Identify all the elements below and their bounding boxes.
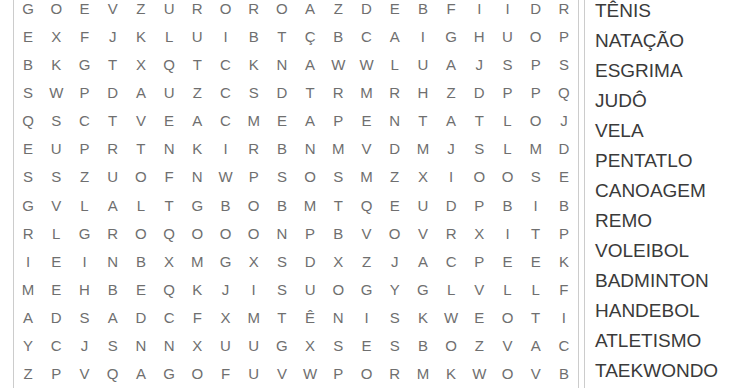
grid-cell[interactable]: J	[550, 107, 578, 135]
grid-cell[interactable]: W	[42, 78, 70, 106]
grid-cell[interactable]: Q	[352, 191, 380, 219]
grid-cell[interactable]: O	[381, 219, 409, 247]
word-list-item: PENTATLO	[595, 146, 739, 176]
grid-cell[interactable]: M	[183, 247, 211, 275]
grid-cell[interactable]: B	[409, 0, 437, 22]
grid-cell[interactable]: G	[409, 275, 437, 303]
grid-cell[interactable]: E	[493, 247, 521, 275]
grid-cell[interactable]: O	[296, 163, 324, 191]
grid-cell[interactable]: E	[550, 163, 578, 191]
grid-cell[interactable]: U	[409, 50, 437, 78]
grid-cell[interactable]: T	[127, 135, 155, 163]
word-list-item: TÊNIS	[595, 0, 739, 26]
grid-cell[interactable]: P	[324, 107, 352, 135]
grid-cell[interactable]: M	[352, 163, 380, 191]
grid-cell[interactable]: R	[99, 135, 127, 163]
grid-cell[interactable]: N	[127, 332, 155, 360]
grid-cell[interactable]: C	[211, 78, 239, 106]
word-list-item: BADMINTON	[595, 266, 739, 296]
grid-cell[interactable]: V	[409, 219, 437, 247]
letter-grid-panel: GOEVZUROROAZDEBFIIDREXFJKLUIBTÇBCAIGHUOP…	[13, 0, 579, 388]
grid-cell[interactable]: R	[14, 219, 42, 247]
grid-cell[interactable]: Z	[70, 163, 98, 191]
grid-cell[interactable]: O	[324, 275, 352, 303]
grid-cell[interactable]: D	[268, 78, 296, 106]
grid-cell[interactable]: G	[14, 0, 42, 22]
grid-cell[interactable]: T	[522, 219, 550, 247]
grid-cell[interactable]: P	[465, 191, 493, 219]
grid-cell[interactable]: E	[352, 332, 380, 360]
grid-cell[interactable]: V	[352, 219, 380, 247]
grid-cell[interactable]: T	[324, 191, 352, 219]
grid-cell[interactable]: P	[550, 219, 578, 247]
grid-cell[interactable]: E	[70, 0, 98, 22]
grid-cell[interactable]: G	[155, 360, 183, 388]
grid-cell[interactable]: G	[211, 247, 239, 275]
grid-cell[interactable]: X	[296, 332, 324, 360]
grid-cell[interactable]: X	[127, 50, 155, 78]
grid-cell[interactable]: S	[99, 332, 127, 360]
grid-cell[interactable]: S	[493, 50, 521, 78]
grid-cell[interactable]: B	[268, 191, 296, 219]
grid-cell[interactable]: P	[465, 247, 493, 275]
grid-cell[interactable]: V	[522, 360, 550, 388]
grid-cell[interactable]: D	[381, 135, 409, 163]
word-list-item: JUDÔ	[595, 86, 739, 116]
grid-cell[interactable]: I	[211, 22, 239, 50]
grid-cell[interactable]: Z	[381, 163, 409, 191]
grid-cell[interactable]: S	[42, 163, 70, 191]
grid-cell[interactable]: A	[14, 304, 42, 332]
grid-cell[interactable]: B	[550, 191, 578, 219]
grid-cell[interactable]: X	[155, 247, 183, 275]
grid-cell[interactable]: R	[550, 0, 578, 22]
grid-cell[interactable]: O	[240, 191, 268, 219]
grid-cell[interactable]: O	[465, 163, 493, 191]
grid-cell[interactable]: B	[324, 219, 352, 247]
grid-cell[interactable]: Q	[155, 275, 183, 303]
grid-cell[interactable]: Q	[155, 50, 183, 78]
grid-cell[interactable]: S	[381, 332, 409, 360]
grid-cell[interactable]: G	[70, 219, 98, 247]
word-list: TÊNISNATAÇÃOESGRIMAJUDÔVELAPENTATLOCANOA…	[585, 0, 739, 386]
grid-cell[interactable]: B	[127, 247, 155, 275]
grid-cell[interactable]: M	[240, 304, 268, 332]
grid-cell[interactable]: T	[99, 50, 127, 78]
grid-cell[interactable]: A	[127, 78, 155, 106]
word-list-item: VELA	[595, 116, 739, 146]
grid-cell[interactable]: X	[465, 219, 493, 247]
grid-cell[interactable]: M	[352, 78, 380, 106]
grid-cell[interactable]: E	[465, 304, 493, 332]
grid-cell[interactable]: Ç	[296, 22, 324, 50]
grid-cell[interactable]: A	[99, 191, 127, 219]
grid-cell[interactable]: O	[42, 0, 70, 22]
grid-cell[interactable]: U	[240, 332, 268, 360]
grid-cell[interactable]: S	[381, 304, 409, 332]
grid-cell[interactable]: S	[324, 332, 352, 360]
grid-cell[interactable]: X	[42, 22, 70, 50]
grid-cell[interactable]: E	[14, 22, 42, 50]
grid-cell[interactable]: V	[42, 191, 70, 219]
word-list-item: VOLEIBOL	[595, 236, 739, 266]
grid-cell[interactable]: T	[268, 22, 296, 50]
grid-cell[interactable]: K	[127, 22, 155, 50]
grid-cell[interactable]: O	[522, 22, 550, 50]
grid-cell[interactable]: A	[296, 107, 324, 135]
grid-cell[interactable]: O	[127, 163, 155, 191]
grid-cell[interactable]: N	[155, 135, 183, 163]
grid-cell[interactable]: Q	[14, 107, 42, 135]
grid-cell[interactable]: U	[240, 360, 268, 388]
word-list-item: REMO	[595, 206, 739, 236]
grid-cell[interactable]: C	[550, 332, 578, 360]
grid-cell[interactable]: W	[352, 50, 380, 78]
grid-cell[interactable]: K	[42, 50, 70, 78]
grid-cell[interactable]: X	[211, 304, 239, 332]
grid-cell[interactable]: W	[437, 304, 465, 332]
grid-cell[interactable]: L	[127, 191, 155, 219]
grid-cell[interactable]: F	[183, 304, 211, 332]
grid-cell[interactable]: Z	[324, 0, 352, 22]
grid-cell[interactable]: S	[522, 163, 550, 191]
grid-cell[interactable]: O	[352, 360, 380, 388]
grid-cell[interactable]: L	[437, 275, 465, 303]
grid-cell[interactable]: F	[155, 163, 183, 191]
grid-cell[interactable]: U	[409, 191, 437, 219]
grid-cell[interactable]: E	[381, 0, 409, 22]
grid-cell[interactable]: T	[183, 50, 211, 78]
grid-cell[interactable]: S	[42, 107, 70, 135]
grid-cell[interactable]: P	[550, 22, 578, 50]
grid-cell[interactable]: S	[14, 78, 42, 106]
grid-cell[interactable]: D	[127, 304, 155, 332]
grid-cell[interactable]: B	[493, 191, 521, 219]
grid-cell[interactable]: L	[70, 191, 98, 219]
grid-cell[interactable]: O	[268, 0, 296, 22]
grid-cell[interactable]: D	[296, 247, 324, 275]
grid-cell[interactable]: Z	[183, 78, 211, 106]
grid-cell[interactable]: S	[70, 304, 98, 332]
grid-cell[interactable]: T	[268, 304, 296, 332]
grid-cell[interactable]: U	[296, 275, 324, 303]
grid-cell[interactable]: Z	[14, 360, 42, 388]
grid-cell[interactable]: L	[493, 135, 521, 163]
grid-cell[interactable]: Z	[437, 78, 465, 106]
grid-cell[interactable]: W	[211, 163, 239, 191]
grid-cell[interactable]: H	[465, 22, 493, 50]
word-list-panel: TÊNISNATAÇÃOESGRIMAJUDÔVELAPENTATLOCANOA…	[584, 0, 739, 388]
grid-cell[interactable]: T	[522, 304, 550, 332]
grid-cell[interactable]: D	[437, 191, 465, 219]
grid-cell[interactable]: N	[99, 247, 127, 275]
grid-cell[interactable]: M	[296, 191, 324, 219]
grid-cell[interactable]: P	[296, 219, 324, 247]
grid-cell[interactable]: L	[493, 275, 521, 303]
grid-cell[interactable]: J	[437, 135, 465, 163]
grid-cell[interactable]: S	[268, 275, 296, 303]
grid-cell[interactable]: I	[522, 191, 550, 219]
grid-cell[interactable]: N	[155, 332, 183, 360]
grid-cell[interactable]: S	[465, 135, 493, 163]
grid-cell[interactable]: M	[240, 107, 268, 135]
grid-cell[interactable]: O	[183, 360, 211, 388]
grid-cell[interactable]: L	[155, 22, 183, 50]
grid-cell[interactable]: J	[99, 22, 127, 50]
grid-cell[interactable]: E	[381, 191, 409, 219]
grid-cell[interactable]: T	[465, 107, 493, 135]
grid-cell[interactable]: A	[522, 332, 550, 360]
grid-cell[interactable]: K	[183, 135, 211, 163]
grid-cell[interactable]: O	[240, 219, 268, 247]
grid-cell[interactable]: T	[155, 191, 183, 219]
grid-cell[interactable]: M	[409, 360, 437, 388]
grid-cell[interactable]: Y	[14, 332, 42, 360]
grid-cell[interactable]: R	[240, 0, 268, 22]
grid-cell[interactable]: D	[522, 0, 550, 22]
grid-cell[interactable]: J	[381, 247, 409, 275]
grid-cell[interactable]: V	[493, 332, 521, 360]
grid-cell[interactable]: J	[465, 50, 493, 78]
grid-cell[interactable]: B	[14, 50, 42, 78]
grid-cell[interactable]: I	[437, 163, 465, 191]
grid-cell[interactable]: P	[70, 78, 98, 106]
grid-cell[interactable]: C	[70, 107, 98, 135]
grid-cell[interactable]: S	[324, 163, 352, 191]
grid-cell[interactable]: P	[42, 360, 70, 388]
grid-cell[interactable]: K	[437, 360, 465, 388]
grid-cell[interactable]: M	[522, 135, 550, 163]
grid-cell[interactable]: K	[183, 275, 211, 303]
grid-cell[interactable]: L	[42, 219, 70, 247]
grid-cell[interactable]: I	[70, 247, 98, 275]
grid-cell[interactable]: B	[211, 191, 239, 219]
grid-cell[interactable]: E	[155, 107, 183, 135]
grid-cell[interactable]: Z	[352, 247, 380, 275]
grid-cell[interactable]: P	[324, 360, 352, 388]
grid-cell[interactable]: N	[324, 304, 352, 332]
word-list-item: HANDEBOL	[595, 296, 739, 326]
grid-cell[interactable]: A	[296, 50, 324, 78]
grid-cell[interactable]: M	[14, 275, 42, 303]
grid-cell[interactable]: A	[409, 247, 437, 275]
letter-grid: GOEVZUROROAZDEBFIIDREXFJKLUIBTÇBCAIGHUOP…	[14, 0, 578, 388]
word-list-item: ATLETISMO	[595, 326, 739, 356]
grid-cell[interactable]: K	[550, 247, 578, 275]
grid-cell[interactable]: X	[183, 332, 211, 360]
grid-cell[interactable]: N	[183, 163, 211, 191]
grid-cell[interactable]: U	[42, 135, 70, 163]
grid-cell[interactable]: I	[465, 0, 493, 22]
grid-cell[interactable]: I	[409, 22, 437, 50]
grid-cell[interactable]: P	[70, 135, 98, 163]
grid-cell[interactable]: S	[550, 50, 578, 78]
grid-cell[interactable]: C	[352, 22, 380, 50]
grid-cell[interactable]: A	[99, 304, 127, 332]
grid-cell[interactable]: O	[522, 107, 550, 135]
grid-cell[interactable]: G	[437, 22, 465, 50]
grid-cell[interactable]: X	[409, 163, 437, 191]
grid-cell[interactable]: D	[42, 304, 70, 332]
grid-cell[interactable]: V	[70, 360, 98, 388]
grid-cell[interactable]: B	[99, 275, 127, 303]
grid-cell[interactable]: X	[324, 247, 352, 275]
word-list-item: ESGRIMA	[595, 56, 739, 86]
word-list-item: TAEKWONDO	[595, 356, 739, 386]
grid-cell[interactable]: G	[268, 332, 296, 360]
grid-cell[interactable]: E	[268, 107, 296, 135]
grid-cell[interactable]: Q	[550, 78, 578, 106]
grid-cell[interactable]: L	[381, 50, 409, 78]
grid-cell[interactable]: J	[211, 275, 239, 303]
grid-cell[interactable]: T	[296, 78, 324, 106]
grid-cell[interactable]: B	[324, 22, 352, 50]
grid-cell[interactable]: S	[268, 247, 296, 275]
grid-cell[interactable]: N	[268, 50, 296, 78]
grid-cell[interactable]: C	[211, 107, 239, 135]
grid-cell[interactable]: H	[409, 78, 437, 106]
grid-cell[interactable]: A	[437, 107, 465, 135]
grid-cell[interactable]: T	[99, 107, 127, 135]
word-list-item: CANOAGEM	[595, 176, 739, 206]
grid-cell[interactable]: L	[522, 275, 550, 303]
grid-cell[interactable]: O	[183, 219, 211, 247]
grid-cell[interactable]: R	[99, 219, 127, 247]
grid-cell[interactable]: I	[550, 304, 578, 332]
grid-cell[interactable]: S	[268, 163, 296, 191]
grid-cell[interactable]: S	[14, 163, 42, 191]
grid-cell[interactable]: I	[14, 247, 42, 275]
grid-cell[interactable]: U	[155, 0, 183, 22]
grid-cell[interactable]: F	[211, 360, 239, 388]
grid-cell[interactable]: G	[14, 191, 42, 219]
grid-cell[interactable]: N	[296, 135, 324, 163]
grid-cell[interactable]: E	[522, 247, 550, 275]
grid-cell[interactable]: R	[183, 0, 211, 22]
grid-cell[interactable]: E	[42, 275, 70, 303]
grid-cell[interactable]: Ê	[296, 304, 324, 332]
grid-cell[interactable]: C	[42, 332, 70, 360]
grid-cell[interactable]: C	[211, 50, 239, 78]
grid-cell[interactable]: M	[324, 135, 352, 163]
grid-cell[interactable]: T	[409, 107, 437, 135]
grid-cell[interactable]: F	[437, 0, 465, 22]
grid-cell[interactable]: U	[493, 22, 521, 50]
grid-cell[interactable]: A	[127, 360, 155, 388]
grid-cell[interactable]: B	[409, 332, 437, 360]
grid-cell[interactable]: D	[465, 78, 493, 106]
grid-cell[interactable]: D	[352, 0, 380, 22]
grid-cell[interactable]: F	[70, 22, 98, 50]
word-list-item: NATAÇÃO	[595, 26, 739, 56]
grid-cell[interactable]: W	[296, 360, 324, 388]
grid-cell[interactable]: R	[381, 360, 409, 388]
grid-cell[interactable]: R	[381, 78, 409, 106]
grid-cell[interactable]: L	[493, 107, 521, 135]
grid-cell[interactable]: H	[70, 275, 98, 303]
grid-cell[interactable]: Y	[381, 275, 409, 303]
grid-cell[interactable]: O	[493, 360, 521, 388]
grid-cell[interactable]: U	[155, 78, 183, 106]
grid-cell[interactable]: U	[183, 22, 211, 50]
grid-cell[interactable]: J	[70, 332, 98, 360]
grid-cell[interactable]: P	[522, 50, 550, 78]
grid-cell[interactable]: B	[550, 360, 578, 388]
grid-cell[interactable]: S	[240, 78, 268, 106]
grid-cell[interactable]: D	[550, 135, 578, 163]
grid-cell[interactable]: V	[268, 360, 296, 388]
grid-cell[interactable]: A	[381, 22, 409, 50]
grid-cell[interactable]: Z	[127, 0, 155, 22]
grid-cell[interactable]: Q	[99, 360, 127, 388]
grid-cell[interactable]: Q	[155, 219, 183, 247]
grid-cell[interactable]: W	[465, 360, 493, 388]
grid-cell[interactable]: E	[14, 135, 42, 163]
grid-cell[interactable]: O	[211, 0, 239, 22]
grid-cell[interactable]: G	[183, 191, 211, 219]
grid-cell[interactable]: B	[268, 135, 296, 163]
grid-cell[interactable]: I	[493, 0, 521, 22]
grid-cell[interactable]: F	[550, 275, 578, 303]
grid-cell[interactable]: B	[240, 22, 268, 50]
grid-cell[interactable]: O	[493, 304, 521, 332]
grid-cell[interactable]: G	[70, 50, 98, 78]
grid-cell[interactable]: D	[99, 78, 127, 106]
grid-cell[interactable]: K	[240, 50, 268, 78]
grid-cell[interactable]: A	[296, 0, 324, 22]
grid-cell[interactable]: O	[211, 219, 239, 247]
grid-cell[interactable]: V	[127, 107, 155, 135]
grid-cell[interactable]: U	[99, 163, 127, 191]
grid-cell[interactable]: I	[240, 275, 268, 303]
grid-cell[interactable]: I	[211, 135, 239, 163]
grid-cell[interactable]: V	[465, 275, 493, 303]
grid-cell[interactable]: M	[409, 135, 437, 163]
grid-cell[interactable]: P	[522, 78, 550, 106]
grid-cell[interactable]: R	[240, 135, 268, 163]
grid-cell[interactable]: C	[155, 304, 183, 332]
grid-cell[interactable]: V	[352, 135, 380, 163]
grid-cell[interactable]: P	[240, 163, 268, 191]
grid-cell[interactable]: O	[437, 332, 465, 360]
grid-cell[interactable]: R	[437, 219, 465, 247]
grid-cell[interactable]: U	[211, 332, 239, 360]
grid-cell[interactable]: G	[352, 275, 380, 303]
grid-cell[interactable]: A	[183, 107, 211, 135]
grid-cell[interactable]: R	[324, 78, 352, 106]
grid-cell[interactable]: O	[493, 163, 521, 191]
word-search-puzzle: GOEVZUROROAZDEBFIIDREXFJKLUIBTÇBCAIGHUOP…	[0, 0, 739, 388]
grid-cell[interactable]: E	[42, 247, 70, 275]
grid-cell[interactable]: I	[493, 219, 521, 247]
grid-cell[interactable]: Z	[465, 332, 493, 360]
grid-cell[interactable]: O	[127, 219, 155, 247]
grid-cell[interactable]: C	[437, 247, 465, 275]
grid-cell[interactable]: N	[268, 219, 296, 247]
grid-cell[interactable]: X	[240, 247, 268, 275]
grid-cell[interactable]: A	[437, 50, 465, 78]
grid-cell[interactable]: I	[352, 304, 380, 332]
grid-cell[interactable]: W	[324, 50, 352, 78]
grid-cell[interactable]: V	[99, 0, 127, 22]
grid-cell[interactable]: P	[493, 78, 521, 106]
grid-cell[interactable]: N	[381, 107, 409, 135]
grid-cell[interactable]: E	[352, 107, 380, 135]
grid-cell[interactable]: K	[409, 304, 437, 332]
grid-cell[interactable]: E	[127, 275, 155, 303]
